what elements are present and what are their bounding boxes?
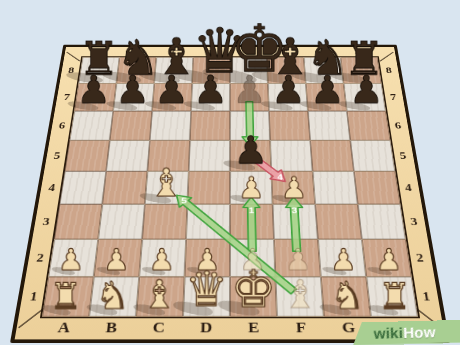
file-label-top-e: E [245, 48, 251, 56]
rank-label-right-1: 1 [422, 289, 432, 303]
watermark-how: How [403, 324, 436, 342]
rank-label-left-7: 7 [63, 92, 71, 102]
arrow-1-e2-to-e4 [243, 197, 261, 251]
file-label-bottom-e: E [248, 319, 260, 337]
arrow-label-4: 4 [277, 173, 283, 181]
rank-label-right-7: 7 [389, 92, 397, 102]
arrow-label-2: 2 [247, 139, 252, 147]
rank-label-left-2: 2 [36, 251, 45, 264]
arrow-5-f1-to-c4 [172, 195, 297, 294]
move-arrows: 12345 [42, 57, 418, 316]
rank-label-right-6: 6 [394, 120, 402, 130]
rank-label-right-2: 2 [415, 251, 424, 264]
wikihow-watermark: wikiHow [353, 320, 460, 345]
rank-label-left-4: 4 [48, 182, 56, 194]
rank-label-right-4: 4 [404, 182, 412, 194]
file-label-bottom-c: C [152, 319, 165, 337]
rank-label-left-3: 3 [42, 215, 51, 227]
file-label-bottom-b: B [105, 319, 118, 337]
rank-label-left-8: 8 [68, 66, 75, 75]
file-label-bottom-f: F [296, 319, 307, 337]
chessboard: 87654321 87654321 ABCDEFGH ♜♞♝♛♚♝♞♜♟♟♟♟♟… [10, 45, 450, 343]
arrow-3-f2-to-f4 [285, 197, 305, 251]
watermark-wiki: wiki [373, 324, 403, 342]
file-label-top-h: H [354, 48, 362, 56]
file-label-top-g: G [318, 48, 326, 56]
chessboard-container: 87654321 87654321 ABCDEFGH ♜♞♝♛♚♝♞♜♟♟♟♟♟… [10, 0, 450, 343]
arrow-label-1: 1 [249, 206, 255, 215]
arrow-label-3: 3 [291, 206, 297, 215]
rank-label-right-3: 3 [409, 215, 418, 227]
rank-label-left-6: 6 [58, 120, 66, 130]
rank-label-right-8: 8 [385, 66, 392, 75]
rank-label-right-5: 5 [399, 150, 407, 161]
file-label-bottom-a: A [57, 319, 72, 337]
rank-label-left-1: 1 [29, 289, 39, 303]
file-label-top-d: D [208, 48, 215, 56]
arrow-label-5: 5 [181, 197, 187, 206]
file-label-bottom-g: G [341, 319, 356, 337]
file-labels-top: ABCDEFGH [83, 47, 378, 57]
file-label-top-c: C [171, 48, 178, 56]
file-label-top-f: F [282, 48, 288, 56]
file-label-bottom-d: D [200, 319, 212, 337]
rank-label-left-5: 5 [53, 150, 61, 161]
illustration-scene: 87654321 87654321 ABCDEFGH ♜♞♝♛♚♝♞♜♟♟♟♟♟… [0, 0, 460, 345]
file-label-top-b: B [135, 48, 142, 56]
watermark-text: wikiHow [357, 324, 436, 343]
file-label-top-a: A [98, 48, 106, 56]
